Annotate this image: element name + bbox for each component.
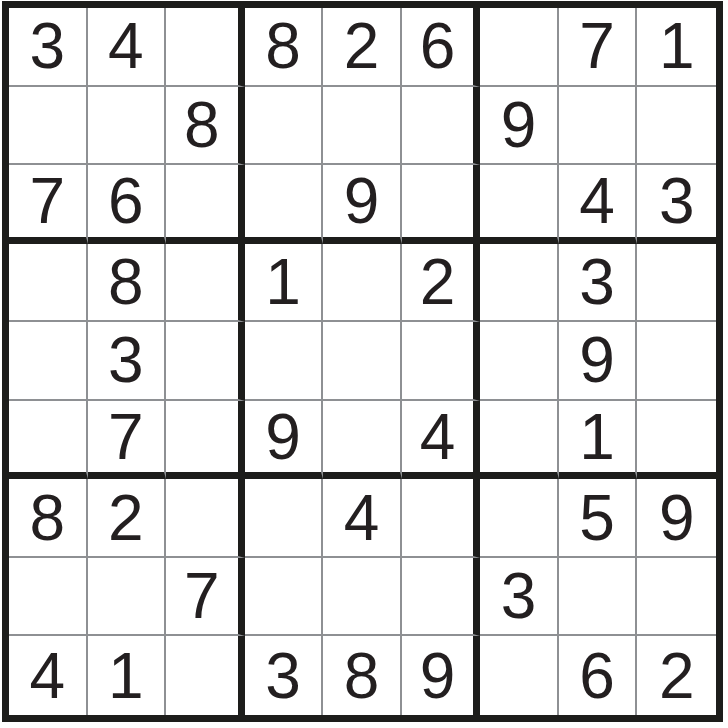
cell-r1c1-given: 3	[9, 8, 88, 87]
cell-r6c2-given: 7	[88, 401, 167, 480]
cell-r3c3-empty[interactable]	[166, 165, 245, 244]
cell-r4c6-given: 2	[402, 244, 481, 323]
cell-r4c7-empty[interactable]	[480, 244, 559, 323]
cell-r8c1-empty[interactable]	[9, 558, 88, 637]
cell-r9c8-given: 6	[559, 636, 638, 715]
cell-r6c6-given: 4	[402, 401, 481, 480]
cell-r4c5-empty[interactable]	[323, 244, 402, 323]
cell-r2c5-empty[interactable]	[323, 87, 402, 166]
cell-r2c6-empty[interactable]	[402, 87, 481, 166]
cell-r8c5-empty[interactable]	[323, 558, 402, 637]
cell-r6c7-empty[interactable]	[480, 401, 559, 480]
cell-r9c1-given: 4	[9, 636, 88, 715]
cell-r7c4-empty[interactable]	[245, 479, 324, 558]
cell-r8c9-empty[interactable]	[637, 558, 716, 637]
cell-r2c9-empty[interactable]	[637, 87, 716, 166]
cell-r6c3-empty[interactable]	[166, 401, 245, 480]
cell-r5c6-empty[interactable]	[402, 322, 481, 401]
cell-r1c4-given: 8	[245, 8, 324, 87]
cell-r8c7-given: 3	[480, 558, 559, 637]
cell-r5c7-empty[interactable]	[480, 322, 559, 401]
cell-r1c5-given: 2	[323, 8, 402, 87]
cell-r9c5-given: 8	[323, 636, 402, 715]
cell-r6c4-given: 9	[245, 401, 324, 480]
cell-r7c3-empty[interactable]	[166, 479, 245, 558]
cell-r7c2-given: 2	[88, 479, 167, 558]
cell-r5c8-given: 9	[559, 322, 638, 401]
cell-r3c7-empty[interactable]	[480, 165, 559, 244]
cell-r2c8-empty[interactable]	[559, 87, 638, 166]
cell-r1c6-given: 6	[402, 8, 481, 87]
cell-r9c2-given: 1	[88, 636, 167, 715]
cell-r4c9-empty[interactable]	[637, 244, 716, 323]
cell-r2c7-given: 9	[480, 87, 559, 166]
cell-r7c6-empty[interactable]	[402, 479, 481, 558]
cell-r6c8-given: 1	[559, 401, 638, 480]
cell-r1c2-given: 4	[88, 8, 167, 87]
cell-r9c3-empty[interactable]	[166, 636, 245, 715]
cell-r4c4-given: 1	[245, 244, 324, 323]
cell-r2c1-empty[interactable]	[9, 87, 88, 166]
cell-r9c6-given: 9	[402, 636, 481, 715]
cell-r9c4-given: 3	[245, 636, 324, 715]
cell-r8c4-empty[interactable]	[245, 558, 324, 637]
cell-r8c3-given: 7	[166, 558, 245, 637]
cell-r4c8-given: 3	[559, 244, 638, 323]
cell-r5c9-empty[interactable]	[637, 322, 716, 401]
cell-r4c1-empty[interactable]	[9, 244, 88, 323]
cell-r8c2-empty[interactable]	[88, 558, 167, 637]
cell-r2c4-empty[interactable]	[245, 87, 324, 166]
cell-r8c8-empty[interactable]	[559, 558, 638, 637]
cell-r7c5-given: 4	[323, 479, 402, 558]
cell-r4c2-given: 8	[88, 244, 167, 323]
cell-r3c6-empty[interactable]	[402, 165, 481, 244]
sudoku-puzzle: 34826718976943812339794182459734138962	[0, 0, 728, 728]
cell-r3c5-given: 9	[323, 165, 402, 244]
cell-r6c5-empty[interactable]	[323, 401, 402, 480]
cell-r1c8-given: 7	[559, 8, 638, 87]
cell-r3c4-empty[interactable]	[245, 165, 324, 244]
cell-r7c7-empty[interactable]	[480, 479, 559, 558]
cell-r7c9-given: 9	[637, 479, 716, 558]
cell-r3c2-given: 6	[88, 165, 167, 244]
cell-r2c3-given: 8	[166, 87, 245, 166]
cell-r9c7-empty[interactable]	[480, 636, 559, 715]
cell-r5c3-empty[interactable]	[166, 322, 245, 401]
sudoku-board: 34826718976943812339794182459734138962	[2, 1, 723, 722]
cell-r2c2-empty[interactable]	[88, 87, 167, 166]
cell-r1c7-empty[interactable]	[480, 8, 559, 87]
cell-r1c9-given: 1	[637, 8, 716, 87]
cell-r3c8-given: 4	[559, 165, 638, 244]
cell-r6c1-empty[interactable]	[9, 401, 88, 480]
cell-r1c3-empty[interactable]	[166, 8, 245, 87]
cell-r7c8-given: 5	[559, 479, 638, 558]
cell-r3c9-given: 3	[637, 165, 716, 244]
cell-r3c1-given: 7	[9, 165, 88, 244]
cell-r5c4-empty[interactable]	[245, 322, 324, 401]
cell-r7c1-given: 8	[9, 479, 88, 558]
cell-r5c2-given: 3	[88, 322, 167, 401]
cell-r5c5-empty[interactable]	[323, 322, 402, 401]
cell-r5c1-empty[interactable]	[9, 322, 88, 401]
cell-r4c3-empty[interactable]	[166, 244, 245, 323]
cell-r8c6-empty[interactable]	[402, 558, 481, 637]
cell-r6c9-empty[interactable]	[637, 401, 716, 480]
cell-r9c9-given: 2	[637, 636, 716, 715]
